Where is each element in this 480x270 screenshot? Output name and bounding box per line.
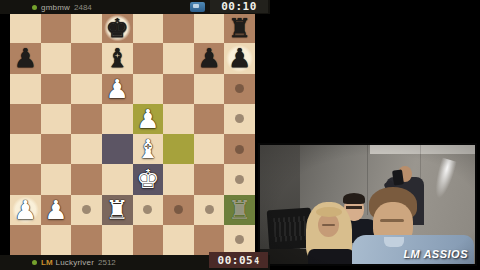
board-square[interactable] <box>102 134 133 164</box>
board-square[interactable] <box>163 164 194 194</box>
board-square[interactable] <box>163 74 194 104</box>
board-square[interactable] <box>133 195 164 225</box>
legal-move-dot <box>143 205 152 214</box>
stream-tv-icon <box>190 2 205 12</box>
bottom-player-clock: 00:054 <box>209 252 268 268</box>
board-square[interactable] <box>194 195 225 225</box>
board-square[interactable] <box>71 43 102 73</box>
board-square[interactable] <box>194 164 225 194</box>
white-rook-piece: ♜ <box>102 195 133 225</box>
chess-board[interactable]: ♚♜♟♝♟♟♟♟♝♚♟♟♜♜ <box>10 13 255 255</box>
stream-screen: gmbmw 2484 00:10 ♚♜♟♝♟♟♟♟♝♚♟♟♜♜ LM Lucky… <box>0 0 480 270</box>
clock-tenths: 4 <box>254 255 259 266</box>
clock-main: 00:05 <box>218 254 254 267</box>
board-square[interactable]: ♜ <box>102 195 133 225</box>
board-square[interactable] <box>41 104 72 134</box>
board-square[interactable] <box>224 74 255 104</box>
board-square[interactable] <box>224 225 255 255</box>
top-player-rating: 2484 <box>74 3 92 12</box>
board-square[interactable]: ♟ <box>102 74 133 104</box>
black-rook-piece: ♜ <box>224 13 255 43</box>
white-pawn-piece: ♟ <box>102 74 133 104</box>
black-bishop-piece: ♝ <box>102 43 133 73</box>
board-square[interactable]: ♜ <box>224 13 255 43</box>
legal-move-dot <box>174 205 183 214</box>
bottom-player-name[interactable]: Luckyriver <box>56 258 94 267</box>
capture-halo <box>10 195 41 225</box>
board-square[interactable] <box>102 225 133 255</box>
white-pawn-piece: ♟ <box>133 104 164 134</box>
board-square[interactable]: ♝ <box>102 43 133 73</box>
board-square[interactable] <box>71 13 102 43</box>
black-pawn-piece: ♟ <box>194 43 225 73</box>
board-square[interactable] <box>163 104 194 134</box>
board-square[interactable] <box>163 134 194 164</box>
top-player-clock: 00:10 <box>210 0 268 13</box>
top-player-name[interactable]: gmbmw <box>41 3 70 12</box>
webcam-feed: LM ASSIOS <box>258 143 477 266</box>
streamer-watermark: LM ASSIOS <box>403 248 468 260</box>
board-square[interactable] <box>133 13 164 43</box>
bottom-player-rating: 2512 <box>98 258 116 267</box>
board-square[interactable]: ♚ <box>133 164 164 194</box>
board-square[interactable] <box>163 225 194 255</box>
board-square[interactable]: ♟ <box>224 43 255 73</box>
legal-move-dot <box>235 84 244 93</box>
legal-move-dot <box>235 175 244 184</box>
board-square[interactable] <box>71 225 102 255</box>
capture-halo <box>224 43 255 73</box>
board-square[interactable]: ♟ <box>194 43 225 73</box>
board-square[interactable] <box>224 134 255 164</box>
white-pawn-piece: ♟ <box>41 195 72 225</box>
legal-move-dot <box>205 205 214 214</box>
board-square[interactable] <box>194 74 225 104</box>
board-square[interactable] <box>71 74 102 104</box>
board-square[interactable] <box>133 43 164 73</box>
white-king-piece: ♚ <box>133 164 164 194</box>
board-square[interactable]: ♟ <box>10 43 41 73</box>
board-square[interactable] <box>10 134 41 164</box>
board-square[interactable] <box>41 225 72 255</box>
board-square[interactable] <box>102 164 133 194</box>
board-square[interactable] <box>71 134 102 164</box>
board-square[interactable] <box>41 13 72 43</box>
board-square[interactable] <box>71 104 102 134</box>
online-status-icon <box>32 5 37 10</box>
board-square[interactable] <box>41 164 72 194</box>
board-square[interactable] <box>133 74 164 104</box>
legal-move-dot <box>235 145 244 154</box>
vignette <box>260 145 475 264</box>
board-square[interactable] <box>194 104 225 134</box>
board-square[interactable] <box>163 195 194 225</box>
board-square[interactable] <box>163 43 194 73</box>
bottom-player-title: LM <box>41 258 53 267</box>
capture-halo <box>102 13 133 43</box>
board-square[interactable]: ♟ <box>133 104 164 134</box>
board-square[interactable]: ♜ <box>224 195 255 225</box>
board-square[interactable] <box>10 225 41 255</box>
board-square[interactable] <box>10 13 41 43</box>
board-square[interactable]: ♟ <box>10 195 41 225</box>
board-square[interactable]: ♝ <box>133 134 164 164</box>
board-square[interactable] <box>133 225 164 255</box>
board-square[interactable]: ♟ <box>41 195 72 225</box>
board-square[interactable] <box>41 134 72 164</box>
black-pawn-piece: ♟ <box>10 43 41 73</box>
ghost-rook-piece: ♜ <box>224 195 255 225</box>
board-square[interactable] <box>41 43 72 73</box>
white-bishop-piece: ♝ <box>133 134 164 164</box>
online-status-icon <box>32 260 37 265</box>
board-square[interactable]: ♚ <box>102 13 133 43</box>
board-square[interactable] <box>224 164 255 194</box>
board-square[interactable] <box>10 104 41 134</box>
legal-move-dot <box>82 205 91 214</box>
board-square[interactable] <box>71 195 102 225</box>
legal-move-dot <box>235 114 244 123</box>
board-square[interactable] <box>194 13 225 43</box>
board-square[interactable] <box>194 225 225 255</box>
board-square[interactable] <box>224 104 255 134</box>
board-square[interactable] <box>194 134 225 164</box>
board-square[interactable] <box>41 74 72 104</box>
board-square[interactable] <box>10 74 41 104</box>
legal-move-dot <box>235 235 244 244</box>
board-square[interactable] <box>163 13 194 43</box>
board-square[interactable] <box>102 104 133 134</box>
board-square[interactable] <box>10 164 41 194</box>
board-square[interactable] <box>71 164 102 194</box>
